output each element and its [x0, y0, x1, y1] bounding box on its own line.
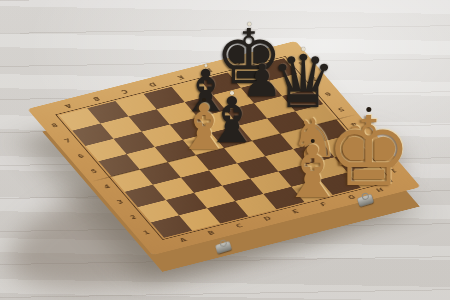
chess-board: ABCDEFGH ABCDEFGH 87654321 87654321 [27, 41, 420, 255]
board-perspective-wrapper: ABCDEFGH ABCDEFGH 87654321 87654321 [0, 0, 450, 300]
photo-scene: ABCDEFGH ABCDEFGH 87654321 87654321 ♚♟♛♝… [0, 0, 450, 300]
